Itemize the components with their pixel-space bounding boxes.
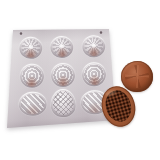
mold-cell-r1c3 — [78, 32, 110, 61]
chocolate-egg-swirl — [121, 61, 153, 92]
mold-cell-r2c2 — [47, 61, 79, 90]
product-photo — [0, 0, 160, 160]
mold-cavity-stripes-r3c1 — [18, 91, 47, 116]
mold-cavity-swirl-r2c3 — [82, 62, 107, 87]
mold-cavity-diamond-r3c2 — [51, 89, 77, 118]
mold-cavity-swirl-r2c1 — [19, 64, 44, 89]
mold-cavity-floral-r1c2 — [50, 36, 74, 59]
chocolate-mold — [7, 28, 117, 129]
mold-cell-r2c3 — [78, 60, 110, 89]
mold-cell-r2c1 — [16, 61, 48, 90]
mold-cavity-floral-r1c1 — [19, 37, 43, 60]
mold-cavity-floral-r1c3 — [82, 35, 106, 58]
mold-cell-r1c1 — [15, 33, 47, 62]
mold-cavity-swirl-r2c2 — [51, 63, 76, 88]
mold-cavity-grid — [15, 32, 111, 118]
mold-cell-r1c2 — [46, 33, 78, 62]
mold-cell-r3c1 — [16, 89, 48, 118]
mold-cell-r3c2 — [48, 89, 80, 118]
